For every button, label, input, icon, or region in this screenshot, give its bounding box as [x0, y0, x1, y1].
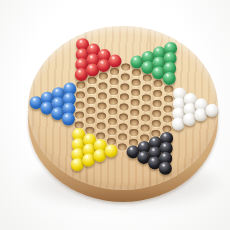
board-hole[interactable]: [121, 63, 130, 70]
board-cell: [96, 91, 107, 101]
board-hole[interactable]: [118, 113, 127, 120]
board-cell: [129, 97, 140, 107]
board-cell: [62, 114, 73, 124]
board-hole[interactable]: [75, 101, 84, 108]
board-hole[interactable]: [140, 124, 149, 131]
board-cell: [130, 77, 141, 87]
board-hole[interactable]: [98, 82, 107, 89]
board-hole[interactable]: [142, 74, 151, 81]
board-hole[interactable]: [151, 120, 160, 127]
board-hole[interactable]: [163, 105, 172, 112]
board-grid: [27, 38, 219, 176]
board-hole[interactable]: [86, 107, 95, 114]
board-hole[interactable]: [162, 115, 171, 122]
board-cell: [85, 95, 96, 105]
board-cell: [117, 122, 128, 132]
board-cell: [128, 117, 139, 127]
board-hole[interactable]: [97, 102, 106, 109]
marble-black[interactable]: [158, 162, 172, 176]
marble-white[interactable]: [205, 104, 219, 118]
board-hole[interactable]: [109, 68, 118, 75]
board-cell: [107, 86, 118, 96]
board-cell: [141, 83, 152, 93]
board-cell: [84, 115, 95, 125]
board-hole[interactable]: [75, 91, 84, 98]
board-cell: [74, 90, 85, 100]
board-hole[interactable]: [152, 100, 161, 107]
board-cell: [95, 111, 106, 121]
board-cell: [109, 56, 120, 66]
board-cell: [118, 92, 129, 102]
board-cell: [86, 75, 97, 85]
board-hole[interactable]: [130, 109, 139, 116]
board-cell: [139, 123, 150, 133]
board-cell: [151, 88, 162, 98]
board-hole[interactable]: [120, 83, 129, 90]
board-hole[interactable]: [120, 73, 129, 80]
board-cell: [106, 126, 117, 136]
board-cell: [75, 80, 86, 90]
board-hole[interactable]: [118, 123, 127, 130]
board-hole[interactable]: [108, 98, 117, 105]
board-hole[interactable]: [85, 117, 94, 124]
board-hole[interactable]: [129, 119, 138, 126]
board-cell: [96, 101, 107, 111]
board-cell: [118, 102, 129, 112]
board-cell: [129, 107, 140, 117]
board-hole[interactable]: [98, 72, 107, 79]
board-hole[interactable]: [163, 95, 172, 102]
board-cell: [85, 105, 96, 115]
board-cell: [116, 132, 127, 142]
board-hole[interactable]: [107, 118, 116, 125]
board-cell: [107, 96, 118, 106]
board-hole[interactable]: [131, 79, 140, 86]
board-cell: [119, 72, 130, 82]
board-hole[interactable]: [96, 112, 105, 119]
board-hole[interactable]: [76, 81, 85, 88]
board-cell: [117, 112, 128, 122]
board-hole[interactable]: [87, 87, 96, 94]
board-cell: [106, 116, 117, 126]
board-cell: [128, 127, 139, 137]
board-cell: [206, 106, 217, 116]
board-cell: [159, 164, 170, 174]
board-cell: [163, 74, 174, 84]
board-hole[interactable]: [109, 88, 118, 95]
board-cell: [140, 103, 151, 113]
board-hole[interactable]: [107, 128, 116, 135]
board-hole[interactable]: [164, 85, 173, 92]
board-cell: [95, 121, 106, 131]
board-cell: [139, 113, 150, 123]
board-hole[interactable]: [129, 129, 138, 136]
board-cell: [97, 71, 108, 81]
board-cell: [129, 87, 140, 97]
board-cell: [108, 76, 119, 86]
board-cell: [140, 93, 151, 103]
board-hole[interactable]: [119, 93, 128, 100]
board-hole[interactable]: [119, 103, 128, 110]
board-hole[interactable]: [108, 108, 117, 115]
board-hole[interactable]: [140, 114, 149, 121]
board-cell: [107, 106, 118, 116]
chinese-checkers-photo: [0, 0, 230, 230]
board-hole[interactable]: [130, 99, 139, 106]
board-cell: [105, 146, 116, 156]
board-hole[interactable]: [96, 122, 105, 129]
board-cell: [108, 66, 119, 76]
board-hole[interactable]: [153, 80, 162, 87]
board-cell: [151, 108, 162, 118]
board-hole[interactable]: [141, 94, 150, 101]
board-cell: [119, 82, 130, 92]
board-hole[interactable]: [74, 111, 83, 118]
board-cell: [85, 85, 96, 95]
board-cell: [97, 81, 108, 91]
board-hole[interactable]: [87, 77, 96, 84]
board-hole[interactable]: [131, 69, 140, 76]
board-hole[interactable]: [117, 143, 126, 150]
board-cell: [74, 100, 85, 110]
board-hole[interactable]: [118, 133, 127, 140]
board-hole[interactable]: [97, 92, 106, 99]
board-cell: [73, 110, 84, 120]
board-cell: [151, 98, 162, 108]
board-cell: [150, 118, 161, 128]
board-hole[interactable]: [141, 104, 150, 111]
board-hole[interactable]: [86, 97, 95, 104]
board-hole[interactable]: [142, 84, 151, 91]
board-hole[interactable]: [109, 78, 118, 85]
board-hole[interactable]: [152, 90, 161, 97]
board-hole[interactable]: [152, 110, 161, 117]
board-hole[interactable]: [130, 89, 139, 96]
